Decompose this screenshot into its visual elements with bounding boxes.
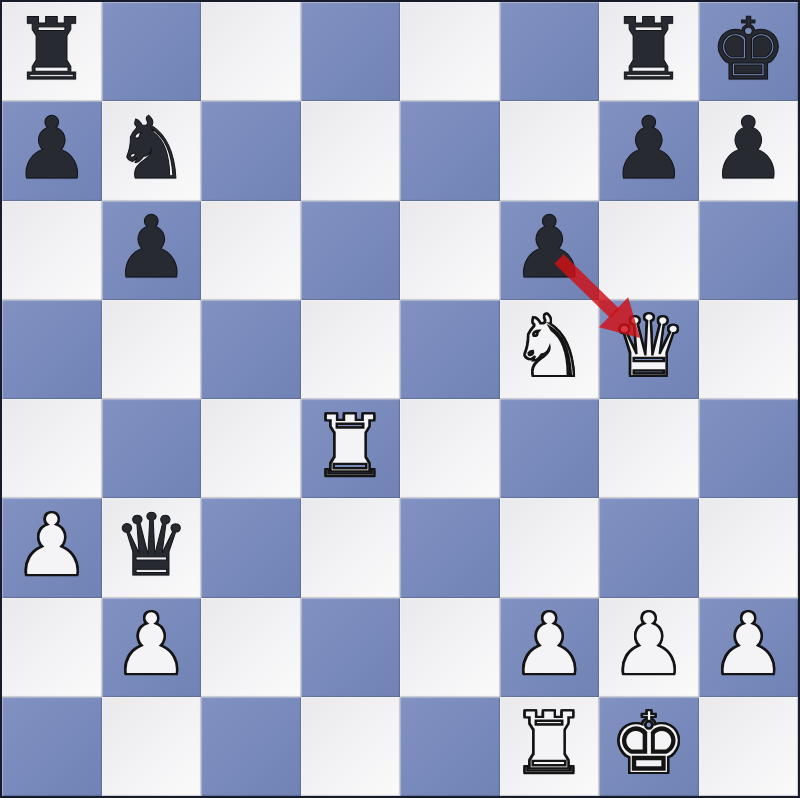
piece-white-king[interactable]: ♚ [610, 700, 687, 786]
square-d1[interactable] [301, 697, 401, 796]
square-h2[interactable]: ♟ [699, 598, 799, 697]
square-b3[interactable]: ♛ [102, 498, 202, 597]
square-d6[interactable] [301, 201, 401, 300]
piece-black-pawn[interactable]: ♟ [610, 105, 687, 191]
square-g8[interactable]: ♜ [599, 2, 699, 101]
piece-white-rook[interactable]: ♜ [511, 700, 588, 786]
square-e6[interactable] [400, 201, 500, 300]
square-g1[interactable]: ♚ [599, 697, 699, 796]
square-b8[interactable] [102, 2, 202, 101]
piece-black-knight[interactable]: ♞ [113, 105, 190, 191]
square-c8[interactable] [201, 2, 301, 101]
square-h3[interactable] [699, 498, 799, 597]
square-f8[interactable] [500, 2, 600, 101]
square-b1[interactable] [102, 697, 202, 796]
piece-white-rook[interactable]: ♜ [312, 403, 389, 489]
square-c2[interactable] [201, 598, 301, 697]
piece-white-pawn[interactable]: ♟ [113, 601, 190, 687]
square-h1[interactable] [699, 697, 799, 796]
square-g7[interactable]: ♟ [599, 101, 699, 200]
square-c4[interactable] [201, 399, 301, 498]
piece-black-pawn[interactable]: ♟ [13, 105, 90, 191]
piece-white-knight[interactable]: ♞ [511, 303, 588, 389]
square-g6[interactable] [599, 201, 699, 300]
piece-black-rook[interactable]: ♜ [610, 6, 687, 92]
square-b6[interactable]: ♟ [102, 201, 202, 300]
square-a8[interactable]: ♜ [2, 2, 102, 101]
square-f7[interactable] [500, 101, 600, 200]
piece-white-pawn[interactable]: ♟ [511, 601, 588, 687]
square-a3[interactable]: ♟ [2, 498, 102, 597]
square-d3[interactable] [301, 498, 401, 597]
piece-white-queen[interactable]: ♛ [610, 303, 687, 389]
square-d4[interactable]: ♜ [301, 399, 401, 498]
square-g5[interactable]: ♛ [599, 300, 699, 399]
piece-black-pawn[interactable]: ♟ [710, 105, 787, 191]
piece-black-king[interactable]: ♚ [710, 6, 787, 92]
square-h8[interactable]: ♚ [699, 2, 799, 101]
square-f5[interactable]: ♞ [500, 300, 600, 399]
square-c7[interactable] [201, 101, 301, 200]
square-g4[interactable] [599, 399, 699, 498]
piece-black-pawn[interactable]: ♟ [113, 204, 190, 290]
square-h4[interactable] [699, 399, 799, 498]
square-e5[interactable] [400, 300, 500, 399]
square-e1[interactable] [400, 697, 500, 796]
square-e3[interactable] [400, 498, 500, 597]
piece-white-pawn[interactable]: ♟ [710, 601, 787, 687]
square-f3[interactable] [500, 498, 600, 597]
square-e2[interactable] [400, 598, 500, 697]
square-a4[interactable] [2, 399, 102, 498]
square-b4[interactable] [102, 399, 202, 498]
square-h6[interactable] [699, 201, 799, 300]
piece-white-pawn[interactable]: ♟ [610, 601, 687, 687]
square-f2[interactable]: ♟ [500, 598, 600, 697]
square-f4[interactable] [500, 399, 600, 498]
piece-black-pawn[interactable]: ♟ [511, 204, 588, 290]
square-b5[interactable] [102, 300, 202, 399]
square-a2[interactable] [2, 598, 102, 697]
piece-black-queen[interactable]: ♛ [113, 502, 190, 588]
square-b2[interactable]: ♟ [102, 598, 202, 697]
square-a1[interactable] [2, 697, 102, 796]
square-h5[interactable] [699, 300, 799, 399]
chess-board: ♜♜♚♟♞♟♟♟♟♞♛♜♟♛♟♟♟♟♜♚ [2, 2, 798, 796]
square-e7[interactable] [400, 101, 500, 200]
piece-black-rook[interactable]: ♜ [13, 6, 90, 92]
square-f6[interactable]: ♟ [500, 201, 600, 300]
square-d7[interactable] [301, 101, 401, 200]
square-g3[interactable] [599, 498, 699, 597]
square-a5[interactable] [2, 300, 102, 399]
square-e4[interactable] [400, 399, 500, 498]
square-d2[interactable] [301, 598, 401, 697]
square-c3[interactable] [201, 498, 301, 597]
square-c5[interactable] [201, 300, 301, 399]
square-h7[interactable]: ♟ [699, 101, 799, 200]
piece-white-pawn[interactable]: ♟ [13, 502, 90, 588]
square-b7[interactable]: ♞ [102, 101, 202, 200]
square-c1[interactable] [201, 697, 301, 796]
chess-board-frame: ♜♜♚♟♞♟♟♟♟♞♛♜♟♛♟♟♟♟♜♚ [0, 0, 800, 798]
square-a7[interactable]: ♟ [2, 101, 102, 200]
square-c6[interactable] [201, 201, 301, 300]
square-e8[interactable] [400, 2, 500, 101]
square-f1[interactable]: ♜ [500, 697, 600, 796]
square-a6[interactable] [2, 201, 102, 300]
square-d8[interactable] [301, 2, 401, 101]
square-d5[interactable] [301, 300, 401, 399]
square-g2[interactable]: ♟ [599, 598, 699, 697]
